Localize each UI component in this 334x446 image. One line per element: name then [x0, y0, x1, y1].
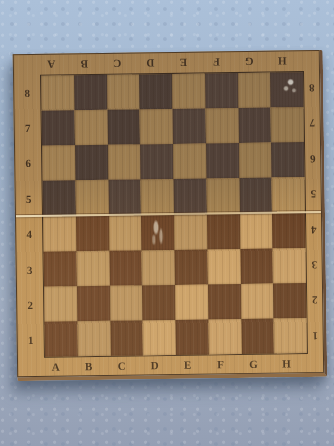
- square-e5[interactable]: [173, 179, 206, 215]
- square-d3[interactable]: [142, 250, 175, 286]
- coordinate-label: G: [237, 355, 270, 373]
- square-c3[interactable]: [109, 250, 142, 286]
- square-f3[interactable]: [207, 249, 240, 285]
- board-frame: ABCDEFGH ABCDEFGH 87654321 87654321: [13, 50, 324, 377]
- photo-background: ABCDEFGH ABCDEFGH 87654321 87654321: [0, 0, 334, 446]
- coordinate-label: 6: [15, 146, 41, 182]
- square-g4[interactable]: [239, 213, 272, 249]
- square-b3[interactable]: [76, 250, 109, 286]
- square-b4[interactable]: [76, 215, 109, 251]
- coordinate-label: D: [134, 53, 167, 73]
- coordinate-label: 1: [307, 319, 322, 355]
- coordinate-label: F: [200, 52, 233, 72]
- coordinate-label: 2: [307, 283, 322, 319]
- square-e6[interactable]: [173, 144, 206, 180]
- coordinate-label: 3: [306, 248, 321, 284]
- coordinate-label: 5: [16, 181, 42, 217]
- square-h7[interactable]: [271, 107, 304, 143]
- square-a6[interactable]: [42, 146, 75, 182]
- square-a3[interactable]: [43, 251, 76, 287]
- coordinate-label: B: [68, 54, 101, 74]
- coordinate-label: 8: [14, 75, 40, 111]
- coordinate-label: 2: [17, 287, 43, 323]
- square-d7[interactable]: [140, 109, 173, 145]
- coordinate-label: C: [101, 53, 134, 73]
- square-e3[interactable]: [174, 249, 207, 285]
- square-e1[interactable]: [175, 319, 208, 355]
- square-a5[interactable]: [43, 181, 76, 217]
- coordinate-label: 7: [304, 106, 319, 142]
- square-e8[interactable]: [172, 74, 205, 110]
- square-b5[interactable]: [75, 180, 108, 216]
- square-b6[interactable]: [75, 145, 108, 181]
- square-e2[interactable]: [175, 284, 208, 320]
- coordinate-label: G: [233, 52, 266, 72]
- square-a7[interactable]: [42, 110, 75, 146]
- square-f2[interactable]: [208, 284, 241, 320]
- square-f4[interactable]: [207, 214, 240, 250]
- coordinate-label: 5: [305, 177, 320, 213]
- square-f5[interactable]: [206, 178, 239, 214]
- board-grid: [40, 71, 308, 358]
- square-b7[interactable]: [74, 110, 107, 146]
- square-g7[interactable]: [238, 108, 271, 144]
- file-labels-bottom: ABCDEFGH: [39, 354, 303, 376]
- square-h1[interactable]: [274, 318, 307, 354]
- square-a8[interactable]: [41, 75, 74, 111]
- square-d8[interactable]: [139, 74, 172, 110]
- coordinate-label: C: [105, 356, 138, 374]
- square-g3[interactable]: [240, 248, 273, 284]
- rank-labels-left: 87654321: [14, 75, 44, 358]
- square-c2[interactable]: [109, 285, 142, 321]
- square-b1[interactable]: [77, 321, 110, 357]
- coordinate-label: B: [72, 357, 105, 375]
- coordinate-label: D: [138, 356, 171, 374]
- square-h3[interactable]: [273, 248, 306, 284]
- coordinate-label: 3: [16, 252, 42, 288]
- square-a4[interactable]: [43, 216, 76, 252]
- coordinate-label: H: [266, 51, 299, 71]
- square-g5[interactable]: [239, 178, 272, 214]
- coordinate-label: 8: [304, 71, 319, 107]
- square-b2[interactable]: [77, 286, 110, 322]
- square-f8[interactable]: [205, 73, 238, 109]
- square-b8[interactable]: [74, 75, 107, 111]
- square-g1[interactable]: [241, 318, 274, 354]
- square-c1[interactable]: [110, 320, 143, 356]
- square-g6[interactable]: [238, 143, 271, 179]
- coordinate-label: 6: [305, 142, 320, 178]
- coordinate-label: 4: [16, 216, 42, 252]
- square-g2[interactable]: [240, 283, 273, 319]
- square-c7[interactable]: [107, 110, 140, 146]
- coordinate-label: 4: [306, 212, 321, 248]
- square-a1[interactable]: [44, 321, 77, 357]
- coordinate-label: 1: [17, 322, 43, 358]
- square-d2[interactable]: [142, 285, 175, 321]
- square-d5[interactable]: [141, 179, 174, 215]
- square-a2[interactable]: [44, 286, 77, 322]
- square-g8[interactable]: [238, 73, 271, 109]
- square-c8[interactable]: [107, 74, 140, 110]
- square-c6[interactable]: [108, 145, 141, 181]
- coordinate-label: E: [171, 356, 204, 374]
- square-h2[interactable]: [273, 283, 306, 319]
- square-c5[interactable]: [108, 180, 141, 216]
- chess-board: ABCDEFGH ABCDEFGH 87654321 87654321: [13, 50, 328, 381]
- square-e4[interactable]: [174, 214, 207, 250]
- square-h6[interactable]: [271, 142, 304, 178]
- square-c4[interactable]: [108, 215, 141, 251]
- square-e7[interactable]: [173, 109, 206, 145]
- coordinate-label: E: [167, 53, 200, 73]
- coordinate-label: A: [39, 357, 72, 375]
- square-h8[interactable]: [270, 72, 303, 108]
- square-f6[interactable]: [206, 143, 239, 179]
- square-h4[interactable]: [272, 213, 305, 249]
- square-d6[interactable]: [140, 144, 173, 180]
- square-d1[interactable]: [143, 320, 176, 356]
- coordinate-label: 7: [15, 110, 41, 146]
- square-f1[interactable]: [208, 319, 241, 355]
- square-f7[interactable]: [205, 108, 238, 144]
- coordinate-label: F: [204, 355, 237, 373]
- coordinate-label: H: [270, 354, 303, 372]
- square-h5[interactable]: [272, 177, 305, 213]
- coordinate-label: A: [35, 54, 68, 74]
- square-d4[interactable]: [141, 214, 174, 250]
